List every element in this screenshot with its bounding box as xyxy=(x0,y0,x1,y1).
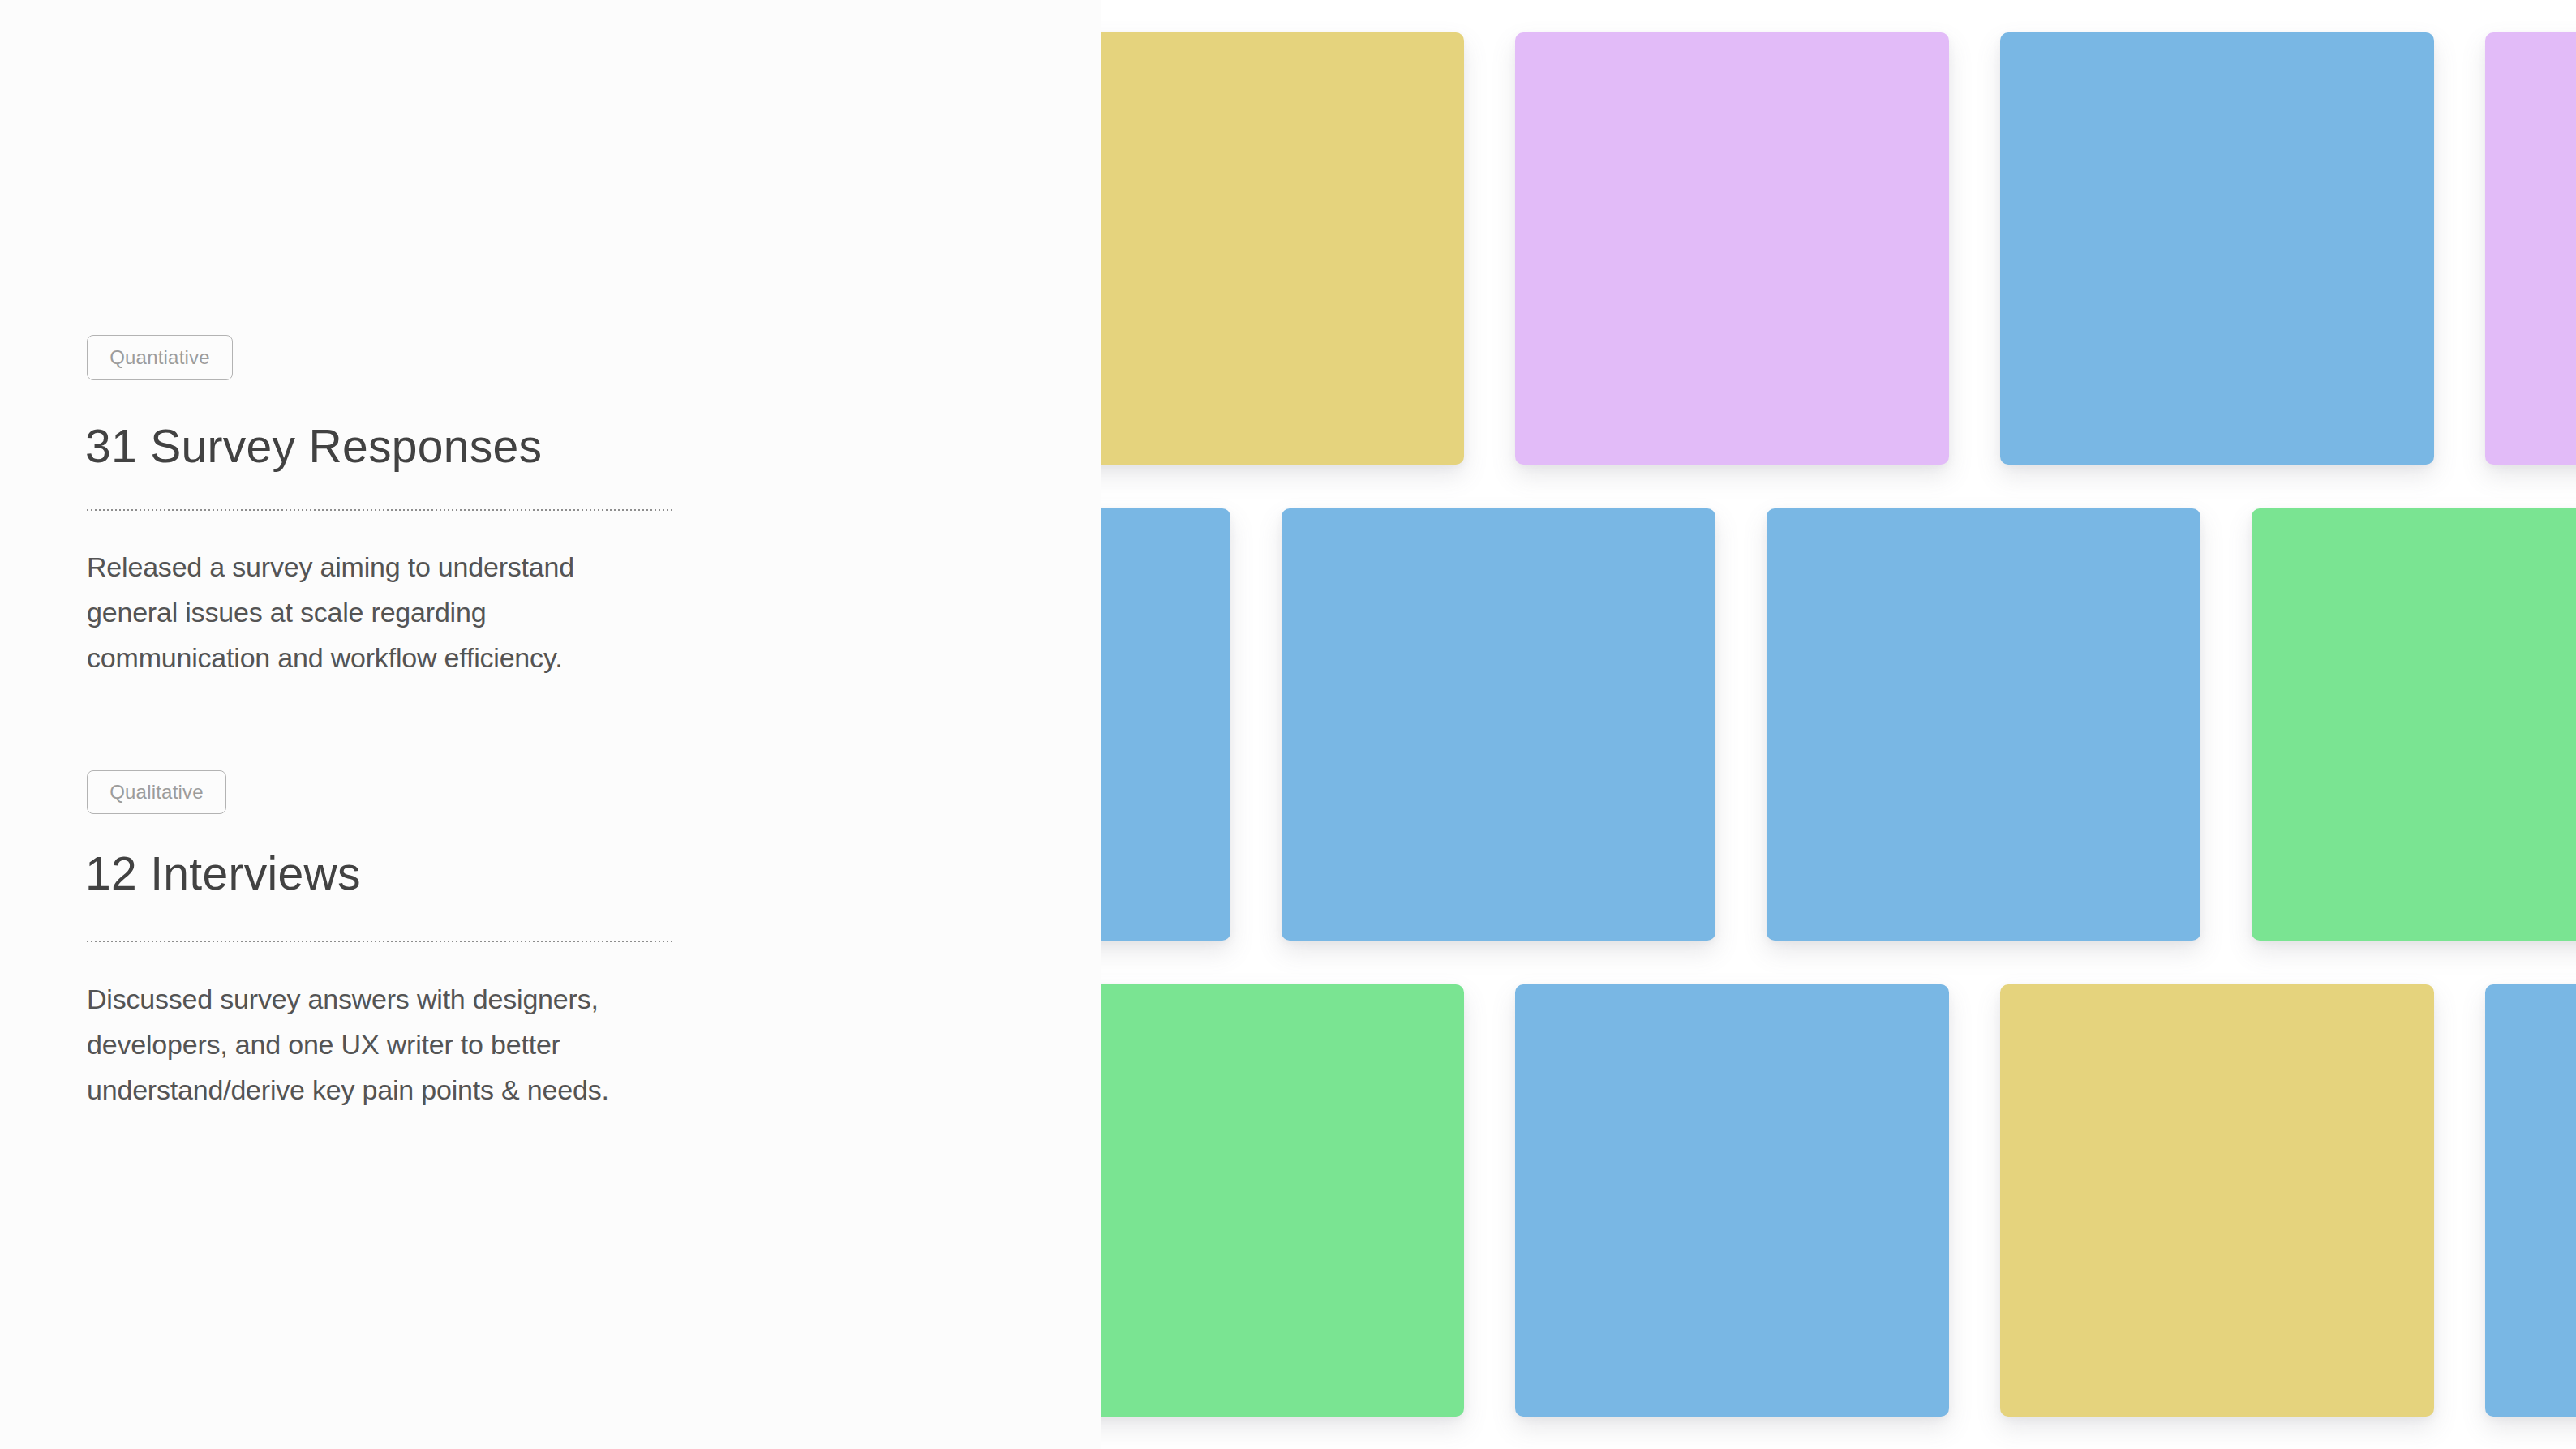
collage-square xyxy=(2485,984,2576,1417)
collage-square xyxy=(1767,508,2200,941)
interviews-heading: 12 Interviews xyxy=(85,842,361,904)
collage-square xyxy=(1282,508,1715,941)
collage-square xyxy=(2000,32,2434,465)
collage-square xyxy=(1515,984,1949,1417)
research-panel: Quantiative 31 Survey Responses Released… xyxy=(0,0,1101,1449)
survey-responses-heading: 31 Survey Responses xyxy=(85,415,542,477)
interviews-description: Discussed survey answers with designers,… xyxy=(87,976,655,1112)
survey-description: Released a survey aiming to understand g… xyxy=(87,544,655,680)
collage-square xyxy=(2252,508,2576,941)
collage-square xyxy=(2485,32,2576,465)
section-divider xyxy=(87,941,673,942)
qualitative-tag-button[interactable]: Qualitative xyxy=(87,770,226,814)
quantitative-tag-button[interactable]: Quantiative xyxy=(87,335,233,380)
qualitative-tag-label: Qualitative xyxy=(109,781,204,804)
quantitative-tag-label: Quantiative xyxy=(109,346,210,369)
section-divider xyxy=(87,509,673,511)
collage-square xyxy=(1515,32,1949,465)
collage-square xyxy=(2000,984,2434,1417)
